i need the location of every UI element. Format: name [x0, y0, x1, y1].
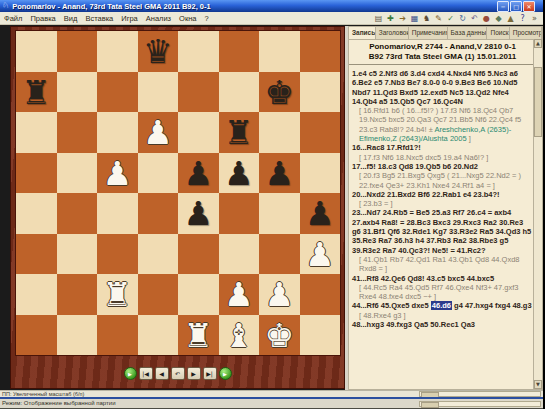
- notation-segment-5: [ 20.f3 Bg5 21.Bxg5 Qxg5 ( 21...Nxg5 22.…: [352, 171, 532, 190]
- vertical-scrollbar[interactable]: ▲ ▼: [533, 39, 542, 389]
- takeback-button[interactable]: ↶: [171, 367, 185, 380]
- selected-move[interactable]: 46.d6: [431, 301, 452, 310]
- square-d8[interactable]: ♛: [138, 31, 179, 72]
- white-rook: ♜: [97, 274, 138, 315]
- edit-icon[interactable]: ✎: [434, 14, 443, 23]
- square-d6[interactable]: ♟: [138, 112, 179, 153]
- square-g7[interactable]: ♚: [259, 72, 300, 113]
- black-king: ♚: [259, 72, 300, 113]
- square-d3[interactable]: [138, 234, 179, 275]
- save-icon[interactable]: ▦: [410, 14, 419, 23]
- square-h3[interactable]: ♟: [300, 234, 341, 275]
- notation-tabs: ЗаписьЗаголовокПримечанияБаза данныхПоис…: [349, 27, 542, 40]
- square-g8[interactable]: [259, 31, 300, 72]
- square-c3[interactable]: [97, 234, 138, 275]
- status-text-bottom: Режим: Отображение выбранной партии: [2, 400, 115, 406]
- square-h4[interactable]: ♟: [300, 193, 341, 234]
- notation-segment-6: 20...Nxd2 21.Bxd2 Bf6 22.Rab1 e4 23.b4?!: [352, 190, 532, 199]
- menu-item-7[interactable]: ?: [205, 14, 209, 23]
- move-run[interactable]: [ 20.f3 Bg5 21.Bxg5 Qxg5 ( 21...Nxg5 22.…: [359, 171, 521, 189]
- square-c1[interactable]: [97, 315, 138, 356]
- tab-1[interactable]: Заголовок: [376, 27, 409, 39]
- refresh-icon[interactable]: ↻: [458, 14, 467, 23]
- square-f2[interactable]: ♟: [219, 274, 260, 315]
- square-a2[interactable]: [16, 274, 57, 315]
- square-c5[interactable]: ♟: [97, 153, 138, 194]
- autoplay-button[interactable]: ▶: [219, 367, 232, 380]
- square-a1[interactable]: [16, 315, 57, 356]
- square-b2[interactable]: [57, 274, 98, 315]
- board-frame: ♛♜♚♟♜♟♟♟♟♟♟♟♜♟♟♜♝♚ ▶|◀◀↶▶▶|▶: [10, 26, 345, 389]
- tab-2[interactable]: Примечания: [409, 27, 448, 39]
- move-run[interactable]: [ 17.f3 Nf6 18.Nxc5 dxc5 19.a4 Na6!? ]: [359, 153, 488, 162]
- menu-item-3[interactable]: Вставка: [85, 14, 113, 23]
- game-header: Ponomariov,R 2744 - Anand,V 2810 0-1 B92…: [349, 40, 542, 65]
- move-run[interactable]: [ 41.Qb1 Rb7 42.Qd1 Ra1 43.Qb1 Qd8 44.Qx…: [359, 255, 520, 273]
- status-bar-top: ПП: Увеличенный масштаб (б/п): [0, 390, 543, 397]
- square-d1[interactable]: [138, 315, 179, 356]
- notation-segment-14: 48...hxg3 49.fxg3 Qa5 50.Rec1 Qa3: [352, 320, 532, 329]
- square-b3[interactable]: [57, 234, 98, 275]
- square-e5[interactable]: ♟: [178, 153, 219, 194]
- notation-segment-4: 17...f5! 18.c3 Qd8 19.Qb5 b6 20.Nd2: [352, 162, 532, 171]
- notation-segment-8: 23...Nd7 24.Rb5 = Be5 25.a3 Rf7 26.c4 = …: [352, 208, 532, 254]
- black-pawn: ♟: [178, 193, 219, 234]
- square-e1[interactable]: ♜: [178, 315, 219, 356]
- scroll-up-icon[interactable]: ▲: [534, 39, 542, 48]
- window-title: Ponomariov - Anand, 73rd Tata Steel GMA …: [12, 2, 497, 11]
- new-board-icon[interactable]: ▤: [374, 14, 383, 23]
- square-g4[interactable]: [259, 193, 300, 234]
- white-pawn: ♟: [97, 153, 138, 194]
- status-bar-bottom: Режим: Отображение выбранной партии: [0, 399, 543, 409]
- move-run[interactable]: 16...Rac8 17.Rfd1?!: [352, 143, 421, 152]
- notation-segment-0: 1.e4 c5 2.Nf3 d6 3.d4 cxd4 4.Nxd4 Nf6 5.…: [352, 69, 532, 106]
- square-b7[interactable]: [57, 72, 98, 113]
- check-icon[interactable]: ✓: [446, 14, 455, 23]
- square-f4[interactable]: [219, 193, 260, 234]
- white-pawn: ♟: [300, 234, 341, 275]
- menu-item-0[interactable]: Файл: [4, 14, 22, 23]
- move-run[interactable]: [ 44.Rc5 Ra4 45.Qd5 Rf7 46.Qxe4 Nf3+ 47.…: [359, 283, 518, 301]
- go-end-button[interactable]: ▶|: [203, 367, 217, 380]
- knight-icon[interactable]: ♞: [422, 14, 431, 23]
- black-pawn: ♟: [300, 193, 341, 234]
- menu-item-2[interactable]: Вид: [64, 14, 78, 23]
- move-run[interactable]: 48...hxg3 49.fxg3 Qa5 50.Rec1 Qa3: [352, 320, 475, 329]
- moves-list: 1.e4 c5 2.Nf3 d6 3.d4 cxd4 4.Nxd4 Nf6 5.…: [349, 67, 533, 389]
- square-e6[interactable]: [178, 112, 219, 153]
- black-pawn: ♟: [178, 153, 219, 194]
- scrollbar-thumb[interactable]: [534, 67, 542, 137]
- menu-item-4[interactable]: Игра: [121, 14, 137, 23]
- square-b4[interactable]: [57, 193, 98, 234]
- white-pawn: ♟: [219, 274, 260, 315]
- square-h8[interactable]: [300, 31, 341, 72]
- bottom-hscrollbar[interactable]: [419, 401, 541, 407]
- notation-segment-2: 16...Rac8 17.Rfd1?!: [352, 143, 532, 152]
- notation-segment-3: [ 17.f3 Nf6 18.Nxc5 dxc5 19.a4 Na6!? ]: [352, 153, 532, 162]
- square-f5[interactable]: ♟: [219, 153, 260, 194]
- move-run[interactable]: [ 48.Rxe4 g3 ]: [359, 311, 406, 320]
- players-line: Ponomariov,R 2744 - Anand,V 2810 0-1: [353, 42, 532, 52]
- tree-icon[interactable]: ▲: [506, 14, 515, 23]
- event-line: B92 73rd Tata Steel GMA (1) 15.01.2011: [353, 52, 532, 62]
- square-f1[interactable]: ♝: [219, 315, 260, 356]
- square-a4[interactable]: [16, 193, 57, 234]
- toolbar: ▤✚➔▦♞✎✓↻↶●◆▲?»: [374, 14, 539, 23]
- move-run[interactable]: g4 47.hxg4 fxg4 48.g3: [452, 301, 532, 310]
- notation-panel: ЗаписьЗаголовокПримечанияБаза данныхПоис…: [348, 26, 543, 390]
- tab-0[interactable]: Запись: [349, 27, 376, 39]
- notation-segment-1: [ 16.Rfd1 b6 ( 16...f5!? ) 17.f3 Nf6 18.…: [352, 106, 532, 143]
- menu-item-6[interactable]: Окна: [179, 14, 196, 23]
- record-icon[interactable]: ●: [482, 14, 491, 23]
- autoplay-back-button[interactable]: ▶: [124, 367, 137, 380]
- square-d7[interactable]: [138, 72, 179, 113]
- forward-icon[interactable]: ➔: [398, 14, 407, 23]
- square-g3[interactable]: [259, 234, 300, 275]
- menu-item-1[interactable]: Правка: [30, 14, 55, 23]
- chess-board: ♛♜♚♟♜♟♟♟♟♟♟♟♜♟♟♜♝♚: [15, 30, 341, 356]
- window-controls: ─□✕: [497, 1, 535, 12]
- square-a3[interactable]: [16, 234, 57, 275]
- square-f8[interactable]: [219, 31, 260, 72]
- forward-button[interactable]: ▶: [187, 367, 201, 380]
- black-rook: ♜: [219, 112, 260, 153]
- notation-segment-13: [ 48.Rxe4 g3 ]: [352, 311, 532, 320]
- menu-item-5[interactable]: Анализ: [146, 14, 171, 23]
- move-run[interactable]: 23...Nd7 24.Rb5 = Be5 25.a3 Rf7 26.c4 = …: [352, 208, 531, 254]
- undo-icon[interactable]: ↶: [470, 14, 479, 23]
- square-c8[interactable]: [97, 31, 138, 72]
- white-king: ♚: [259, 315, 300, 356]
- square-b8[interactable]: [57, 31, 98, 72]
- menu-bar: ФайлПравкаВидВставкаИграАнализОкна? ▤✚➔▦…: [0, 12, 543, 25]
- tab-3[interactable]: База данных: [448, 27, 488, 39]
- title-bar[interactable]: ♘ Ponomariov - Anand, 73rd Tata Steel GM…: [0, 0, 543, 12]
- square-a6[interactable]: [16, 112, 57, 153]
- square-e4[interactable]: ♟: [178, 193, 219, 234]
- square-a8[interactable]: [16, 31, 57, 72]
- black-pawn: ♟: [259, 153, 300, 194]
- white-pawn: ♟: [138, 112, 179, 153]
- diamond-icon[interactable]: ◆: [494, 14, 503, 23]
- app-icon: ♘: [2, 1, 9, 11]
- white-pawn: ♟: [259, 274, 300, 315]
- close-button[interactable]: ✕: [523, 1, 535, 12]
- square-a5[interactable]: [16, 153, 57, 194]
- square-h1[interactable]: [300, 315, 341, 356]
- square-c4[interactable]: [97, 193, 138, 234]
- notation-segment-10: 41...Rf8 42.Qe6 Qd8! 43.c5 bxc5 44.bxc5: [352, 274, 532, 283]
- white-bishop: ♝: [219, 315, 260, 356]
- black-pawn: ♟: [219, 153, 260, 194]
- square-g6[interactable]: [259, 112, 300, 153]
- square-d2[interactable]: [138, 274, 179, 315]
- hscroll-thumb2[interactable]: [421, 402, 439, 408]
- move-run[interactable]: 17...f5! 18.c3 Qd8 19.Qb5 b6 20.Nd2: [352, 162, 478, 171]
- tab-4[interactable]: Поиск: [487, 27, 509, 39]
- square-f7[interactable]: [219, 72, 260, 113]
- move-run[interactable]: 44...Rf6 45.Qxe5 dxe5: [352, 301, 431, 310]
- square-e2[interactable]: [178, 274, 219, 315]
- game-navigation: ▶|◀◀↶▶▶|▶: [11, 367, 344, 380]
- minimize-button[interactable]: ─: [497, 1, 509, 12]
- square-g2[interactable]: ♟: [259, 274, 300, 315]
- notation-segment-7: [ 23.b3 = ]: [352, 199, 532, 208]
- white-rook: ♜: [178, 315, 219, 356]
- notation-segment-12: 44...Rf6 45.Qxe5 dxe5 46.d6 g4 47.hxg4 f…: [352, 301, 532, 310]
- notation-segment-9: [ 41.Qb1 Rb7 42.Qd1 Ra1 43.Qb1 Qd8 44.Qx…: [352, 255, 532, 274]
- square-a7[interactable]: ♜: [16, 72, 57, 113]
- move-run[interactable]: 20...Nxd2 21.Bxd2 Bf6 22.Rab1 e4 23.b4?!: [352, 190, 500, 199]
- square-e3[interactable]: [178, 234, 219, 275]
- square-c7[interactable]: [97, 72, 138, 113]
- maximize-button[interactable]: □: [510, 1, 522, 12]
- app-window: ♘ Ponomariov - Anand, 73rd Tata Steel GM…: [0, 0, 545, 409]
- square-h2[interactable]: [300, 274, 341, 315]
- back-button[interactable]: ◀: [155, 367, 169, 380]
- move-run[interactable]: 1.e4 c5 2.Nf3 d6 3.d4 cxd4 4.Nxd4 Nf6 5.…: [352, 69, 518, 106]
- square-g1[interactable]: ♚: [259, 315, 300, 356]
- square-h7[interactable]: [300, 72, 341, 113]
- square-f6[interactable]: ♜: [219, 112, 260, 153]
- square-d5[interactable]: [138, 153, 179, 194]
- black-rook: ♜: [16, 72, 57, 113]
- move-run[interactable]: ]: [467, 134, 471, 143]
- help-icon[interactable]: ?: [518, 14, 527, 23]
- more-icon[interactable]: »: [530, 14, 539, 23]
- notation-segment-11: [ 44.Rc5 Ra4 45.Qd5 Rf7 46.Qxe4 Nf3+ 47.…: [352, 283, 532, 302]
- square-h6[interactable]: [300, 112, 341, 153]
- square-c6[interactable]: [97, 112, 138, 153]
- move-run[interactable]: [ 23.b3 = ]: [359, 199, 393, 208]
- tab-5[interactable]: Просмотр: [510, 27, 542, 39]
- square-b5[interactable]: [57, 153, 98, 194]
- square-c2[interactable]: ♜: [97, 274, 138, 315]
- square-d4[interactable]: [138, 193, 179, 234]
- square-g5[interactable]: ♟: [259, 153, 300, 194]
- square-b1[interactable]: [57, 315, 98, 356]
- square-h5[interactable]: [300, 153, 341, 194]
- move-run[interactable]: 41...Rf8 42.Qe6 Qd8! 43.c5 bxc5 44.bxc5: [352, 274, 494, 283]
- scroll-down-icon[interactable]: ▼: [534, 380, 542, 389]
- open-icon[interactable]: ✚: [386, 14, 395, 23]
- square-b6[interactable]: [57, 112, 98, 153]
- square-e7[interactable]: [178, 72, 219, 113]
- menu-items: ФайлПравкаВидВставкаИграАнализОкна?: [4, 14, 217, 23]
- square-f3[interactable]: [219, 234, 260, 275]
- square-e8[interactable]: [178, 31, 219, 72]
- black-queen: ♛: [138, 31, 179, 72]
- go-start-button[interactable]: |◀: [139, 367, 153, 380]
